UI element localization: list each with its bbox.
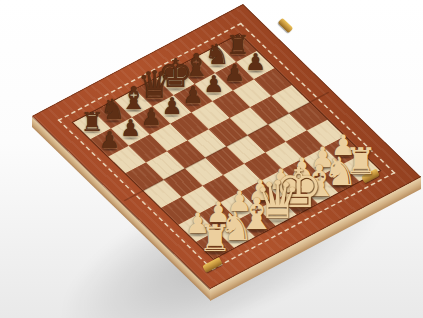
piece-black-pawn-h7[interactable]: ♟ — [245, 51, 266, 74]
piece-white-rook-a1[interactable]: ♜ — [199, 220, 232, 257]
product-photo-stage: ♜♞♝♛♚♝♞♜♟♟♟♟♟♟♟♟♟♟♟♟♟♟♟♟♜♞♝♛♚♝♞♜ — [0, 0, 423, 318]
piece-black-pawn-f7[interactable]: ♟ — [203, 73, 224, 96]
piece-black-pawn-g7[interactable]: ♟ — [224, 62, 245, 85]
brass-hinge-far-edge — [278, 18, 294, 33]
piece-black-pawn-a7[interactable]: ♟ — [99, 129, 120, 152]
piece-black-pawn-e7[interactable]: ♟ — [183, 84, 204, 107]
piece-black-pawn-d7[interactable]: ♟ — [162, 95, 183, 118]
piece-black-pawn-c7[interactable]: ♟ — [141, 107, 162, 130]
piece-black-pawn-b7[interactable]: ♟ — [120, 118, 141, 141]
